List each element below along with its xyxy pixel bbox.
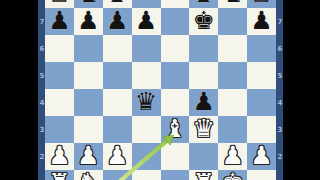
square-a6[interactable] bbox=[45, 35, 74, 62]
rank-label-3-right: 3 bbox=[277, 126, 284, 134]
rank-label-4-right: 4 bbox=[277, 99, 284, 107]
square-c3[interactable] bbox=[103, 116, 132, 143]
square-a1[interactable]: ♜ bbox=[45, 170, 74, 180]
piece-white-rook-f1[interactable]: ♜ bbox=[193, 170, 215, 180]
rank-label-3-left: 3 bbox=[39, 126, 46, 134]
square-g6[interactable] bbox=[218, 35, 247, 62]
square-d4[interactable]: ♛ bbox=[132, 89, 161, 116]
square-b6[interactable] bbox=[74, 35, 103, 62]
piece-black-pawn-b7[interactable]: ♟ bbox=[77, 8, 99, 33]
piece-white-pawn-h2[interactable]: ♟ bbox=[250, 143, 272, 168]
square-d3[interactable] bbox=[132, 116, 161, 143]
rank-label-2-left: 2 bbox=[39, 153, 46, 161]
square-g8[interactable]: ♞ bbox=[218, 0, 247, 8]
square-b5[interactable] bbox=[74, 62, 103, 89]
piece-black-pawn-c7[interactable]: ♟ bbox=[106, 8, 128, 33]
square-c5[interactable] bbox=[103, 62, 132, 89]
square-b1[interactable]: ♞ bbox=[74, 170, 103, 180]
square-a4[interactable] bbox=[45, 89, 74, 116]
piece-black-king-f7[interactable]: ♚ bbox=[193, 8, 215, 33]
square-e2[interactable] bbox=[161, 143, 190, 170]
square-f5[interactable] bbox=[189, 62, 218, 89]
square-d6[interactable] bbox=[132, 35, 161, 62]
square-b4[interactable] bbox=[74, 89, 103, 116]
square-b2[interactable]: ♟ bbox=[74, 143, 103, 170]
square-f4[interactable]: ♟ bbox=[189, 89, 218, 116]
piece-black-pawn-d7[interactable]: ♟ bbox=[135, 8, 157, 33]
square-h2[interactable]: ♟ bbox=[247, 143, 276, 170]
piece-white-queen-f3[interactable]: ♛ bbox=[193, 116, 215, 141]
piece-white-bishop-e3[interactable]: ♝ bbox=[164, 116, 186, 141]
square-e7[interactable] bbox=[161, 8, 190, 35]
rank-label-6-right: 6 bbox=[277, 45, 284, 53]
square-f1[interactable]: ♜ bbox=[189, 170, 218, 180]
square-f6[interactable] bbox=[189, 35, 218, 62]
rank-label-5-left: 5 bbox=[39, 72, 46, 80]
square-b3[interactable] bbox=[74, 116, 103, 143]
piece-white-pawn-a2[interactable]: ♟ bbox=[48, 143, 70, 168]
square-g5[interactable] bbox=[218, 62, 247, 89]
square-h4[interactable] bbox=[247, 89, 276, 116]
rank-label-4-left: 4 bbox=[39, 99, 46, 107]
rank-label-7-left: 7 bbox=[39, 18, 46, 26]
chess-board: ♜♞♝♝♞♜♟♟♟♟♚♟♛♟♝♛♟♟♟♟♟♜♞♜♚ bbox=[45, 0, 276, 180]
square-g2[interactable]: ♟ bbox=[218, 143, 247, 170]
square-h6[interactable] bbox=[247, 35, 276, 62]
square-h3[interactable] bbox=[247, 116, 276, 143]
square-c1[interactable] bbox=[103, 170, 132, 180]
piece-black-pawn-h7[interactable]: ♟ bbox=[250, 8, 272, 33]
square-e4[interactable] bbox=[161, 89, 190, 116]
piece-white-pawn-b2[interactable]: ♟ bbox=[77, 143, 99, 168]
rank-label-6-left: 6 bbox=[39, 45, 46, 53]
rank-label-7-right: 7 bbox=[277, 18, 284, 26]
square-g7[interactable] bbox=[218, 8, 247, 35]
rank-label-2-right: 2 bbox=[277, 153, 284, 161]
square-c6[interactable] bbox=[103, 35, 132, 62]
square-b7[interactable]: ♟ bbox=[74, 8, 103, 35]
piece-black-pawn-f4[interactable]: ♟ bbox=[193, 89, 215, 114]
square-c2[interactable]: ♟ bbox=[103, 143, 132, 170]
square-f3[interactable]: ♛ bbox=[189, 116, 218, 143]
piece-white-pawn-c2[interactable]: ♟ bbox=[106, 143, 128, 168]
piece-black-knight-g8[interactable]: ♞ bbox=[221, 0, 243, 6]
piece-black-queen-d4[interactable]: ♛ bbox=[135, 89, 157, 114]
piece-black-pawn-a7[interactable]: ♟ bbox=[48, 8, 70, 33]
rank-label-5-right: 5 bbox=[277, 72, 284, 80]
square-a3[interactable] bbox=[45, 116, 74, 143]
piece-white-pawn-g2[interactable]: ♟ bbox=[221, 143, 243, 168]
square-e5[interactable] bbox=[161, 62, 190, 89]
square-h1[interactable] bbox=[247, 170, 276, 180]
square-e3[interactable]: ♝ bbox=[161, 116, 190, 143]
square-d5[interactable] bbox=[132, 62, 161, 89]
square-h5[interactable] bbox=[247, 62, 276, 89]
square-g4[interactable] bbox=[218, 89, 247, 116]
square-g1[interactable]: ♚ bbox=[218, 170, 247, 180]
square-c7[interactable]: ♟ bbox=[103, 8, 132, 35]
square-d2[interactable] bbox=[132, 143, 161, 170]
square-e6[interactable] bbox=[161, 35, 190, 62]
square-e8[interactable] bbox=[161, 0, 190, 8]
piece-white-knight-b1[interactable]: ♞ bbox=[77, 170, 99, 180]
square-d7[interactable]: ♟ bbox=[132, 8, 161, 35]
board-frame: ♜♞♝♝♞♜♟♟♟♟♚♟♛♟♝♛♟♟♟♟♟♜♞♜♚ bbox=[38, 0, 283, 180]
square-d1[interactable] bbox=[132, 170, 161, 180]
square-a7[interactable]: ♟ bbox=[45, 8, 74, 35]
square-f2[interactable] bbox=[189, 143, 218, 170]
square-a5[interactable] bbox=[45, 62, 74, 89]
square-e1[interactable] bbox=[161, 170, 190, 180]
square-g3[interactable] bbox=[218, 116, 247, 143]
square-h7[interactable]: ♟ bbox=[247, 8, 276, 35]
chessboard-screenshot: ♜♞♝♝♞♜♟♟♟♟♚♟♛♟♝♛♟♟♟♟♟♜♞♜♚ 776655443322 bbox=[0, 0, 320, 180]
square-f7[interactable]: ♚ bbox=[189, 8, 218, 35]
piece-white-rook-a1[interactable]: ♜ bbox=[48, 170, 70, 180]
square-c4[interactable] bbox=[103, 89, 132, 116]
piece-white-king-g1[interactable]: ♚ bbox=[221, 170, 243, 180]
square-a2[interactable]: ♟ bbox=[45, 143, 74, 170]
